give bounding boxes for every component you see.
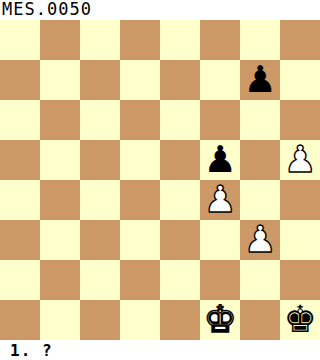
square-f3[interactable] [200,220,240,260]
square-h7[interactable] [280,60,320,100]
square-d7[interactable] [120,60,160,100]
square-f5[interactable]: ♟ [200,140,240,180]
square-h3[interactable] [280,220,320,260]
square-g4[interactable] [240,180,280,220]
square-e1[interactable] [160,300,200,340]
square-a3[interactable] [0,220,40,260]
square-c4[interactable] [80,180,120,220]
square-e8[interactable] [160,20,200,60]
square-g8[interactable] [240,20,280,60]
title-bar: MES.0050 [0,0,320,20]
square-d4[interactable] [120,180,160,220]
square-c1[interactable] [80,300,120,340]
square-h4[interactable] [280,180,320,220]
square-b8[interactable] [40,20,80,60]
white-pawn: ♟ [243,220,276,260]
square-d8[interactable] [120,20,160,60]
square-a7[interactable] [0,60,40,100]
square-b7[interactable] [40,60,80,100]
square-h1[interactable]: ♚ [280,300,320,340]
square-d1[interactable] [120,300,160,340]
square-d5[interactable] [120,140,160,180]
square-h2[interactable] [280,260,320,300]
square-f4[interactable]: ♟ [200,180,240,220]
black-king: ♚ [283,300,316,340]
square-a5[interactable] [0,140,40,180]
move-prompt: 1. ? [0,341,53,360]
square-g5[interactable] [240,140,280,180]
chess-diagram: MES.0050 ♟♟♟♟♟♚♚ 1. ? [0,0,320,360]
square-c6[interactable] [80,100,120,140]
square-d3[interactable] [120,220,160,260]
square-d2[interactable] [120,260,160,300]
white-king: ♚ [203,300,236,340]
square-c5[interactable] [80,140,120,180]
square-f7[interactable] [200,60,240,100]
square-e3[interactable] [160,220,200,260]
square-d6[interactable] [120,100,160,140]
square-f8[interactable] [200,20,240,60]
chess-board: ♟♟♟♟♟♚♚ [0,20,320,340]
white-pawn: ♟ [283,140,316,180]
square-g2[interactable] [240,260,280,300]
square-b2[interactable] [40,260,80,300]
square-c7[interactable] [80,60,120,100]
square-c3[interactable] [80,220,120,260]
square-g6[interactable] [240,100,280,140]
square-e7[interactable] [160,60,200,100]
square-b5[interactable] [40,140,80,180]
square-h8[interactable] [280,20,320,60]
square-f6[interactable] [200,100,240,140]
square-b3[interactable] [40,220,80,260]
square-h5[interactable]: ♟ [280,140,320,180]
square-a6[interactable] [0,100,40,140]
black-pawn: ♟ [243,60,276,100]
square-e4[interactable] [160,180,200,220]
square-e5[interactable] [160,140,200,180]
square-g1[interactable] [240,300,280,340]
footer-bar: 1. ? [0,340,320,360]
square-f2[interactable] [200,260,240,300]
square-g3[interactable]: ♟ [240,220,280,260]
square-b4[interactable] [40,180,80,220]
square-a8[interactable] [0,20,40,60]
square-a4[interactable] [0,180,40,220]
black-pawn: ♟ [203,140,236,180]
square-c8[interactable] [80,20,120,60]
square-f1[interactable]: ♚ [200,300,240,340]
square-a2[interactable] [0,260,40,300]
white-pawn: ♟ [203,180,236,220]
diagram-title: MES.0050 [0,0,92,19]
square-h6[interactable] [280,100,320,140]
square-b1[interactable] [40,300,80,340]
square-c2[interactable] [80,260,120,300]
square-e6[interactable] [160,100,200,140]
square-e2[interactable] [160,260,200,300]
square-b6[interactable] [40,100,80,140]
square-a1[interactable] [0,300,40,340]
square-g7[interactable]: ♟ [240,60,280,100]
